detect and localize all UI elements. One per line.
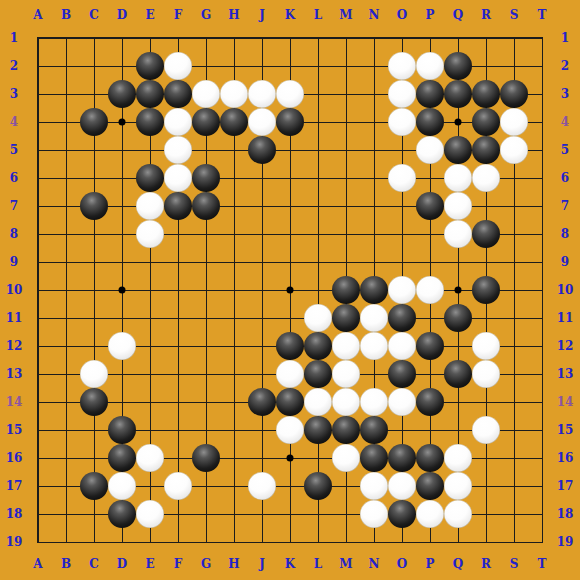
point-P7[interactable] xyxy=(416,192,444,220)
point-G10[interactable] xyxy=(192,276,220,304)
point-E3[interactable] xyxy=(136,80,164,108)
point-T8[interactable] xyxy=(528,220,556,248)
point-T18[interactable] xyxy=(528,500,556,528)
point-R15[interactable] xyxy=(472,416,500,444)
point-P2[interactable] xyxy=(416,52,444,80)
point-J5[interactable] xyxy=(248,136,276,164)
point-O15[interactable] xyxy=(388,416,416,444)
point-E10[interactable] xyxy=(136,276,164,304)
point-C14[interactable] xyxy=(80,388,108,416)
point-H10[interactable] xyxy=(220,276,248,304)
point-F3[interactable] xyxy=(164,80,192,108)
point-T3[interactable] xyxy=(528,80,556,108)
point-R3[interactable] xyxy=(472,80,500,108)
point-A10[interactable] xyxy=(24,276,52,304)
point-Q8[interactable] xyxy=(444,220,472,248)
point-O1[interactable] xyxy=(388,24,416,52)
point-E5[interactable] xyxy=(136,136,164,164)
point-N2[interactable] xyxy=(360,52,388,80)
point-R19[interactable] xyxy=(472,528,500,556)
point-S18[interactable] xyxy=(500,500,528,528)
point-J13[interactable] xyxy=(248,360,276,388)
point-D1[interactable] xyxy=(108,24,136,52)
point-J8[interactable] xyxy=(248,220,276,248)
point-S15[interactable] xyxy=(500,416,528,444)
point-D8[interactable] xyxy=(108,220,136,248)
point-F8[interactable] xyxy=(164,220,192,248)
point-N6[interactable] xyxy=(360,164,388,192)
point-D7[interactable] xyxy=(108,192,136,220)
point-N11[interactable] xyxy=(360,304,388,332)
point-S13[interactable] xyxy=(500,360,528,388)
point-C3[interactable] xyxy=(80,80,108,108)
point-H8[interactable] xyxy=(220,220,248,248)
point-M15[interactable] xyxy=(332,416,360,444)
point-K8[interactable] xyxy=(276,220,304,248)
point-D3[interactable] xyxy=(108,80,136,108)
point-L13[interactable] xyxy=(304,360,332,388)
point-H16[interactable] xyxy=(220,444,248,472)
point-G9[interactable] xyxy=(192,248,220,276)
point-A13[interactable] xyxy=(24,360,52,388)
point-A16[interactable] xyxy=(24,444,52,472)
point-C15[interactable] xyxy=(80,416,108,444)
point-S3[interactable] xyxy=(500,80,528,108)
point-F11[interactable] xyxy=(164,304,192,332)
point-O6[interactable] xyxy=(388,164,416,192)
point-K2[interactable] xyxy=(276,52,304,80)
point-N17[interactable] xyxy=(360,472,388,500)
point-P12[interactable] xyxy=(416,332,444,360)
point-T4[interactable] xyxy=(528,108,556,136)
point-Q10[interactable] xyxy=(444,276,472,304)
point-M7[interactable] xyxy=(332,192,360,220)
point-R6[interactable] xyxy=(472,164,500,192)
point-Q11[interactable] xyxy=(444,304,472,332)
point-K4[interactable] xyxy=(276,108,304,136)
point-S11[interactable] xyxy=(500,304,528,332)
point-D11[interactable] xyxy=(108,304,136,332)
point-N19[interactable] xyxy=(360,528,388,556)
point-F12[interactable] xyxy=(164,332,192,360)
point-B15[interactable] xyxy=(52,416,80,444)
point-O8[interactable] xyxy=(388,220,416,248)
point-N15[interactable] xyxy=(360,416,388,444)
point-A1[interactable] xyxy=(24,24,52,52)
point-P6[interactable] xyxy=(416,164,444,192)
point-A7[interactable] xyxy=(24,192,52,220)
point-C7[interactable] xyxy=(80,192,108,220)
point-N4[interactable] xyxy=(360,108,388,136)
point-J4[interactable] xyxy=(248,108,276,136)
point-E1[interactable] xyxy=(136,24,164,52)
point-R12[interactable] xyxy=(472,332,500,360)
point-A8[interactable] xyxy=(24,220,52,248)
point-H2[interactable] xyxy=(220,52,248,80)
point-B12[interactable] xyxy=(52,332,80,360)
point-N8[interactable] xyxy=(360,220,388,248)
point-Q18[interactable] xyxy=(444,500,472,528)
point-G11[interactable] xyxy=(192,304,220,332)
point-L1[interactable] xyxy=(304,24,332,52)
point-N18[interactable] xyxy=(360,500,388,528)
point-D16[interactable] xyxy=(108,444,136,472)
point-N3[interactable] xyxy=(360,80,388,108)
point-H4[interactable] xyxy=(220,108,248,136)
point-B4[interactable] xyxy=(52,108,80,136)
point-M8[interactable] xyxy=(332,220,360,248)
point-H6[interactable] xyxy=(220,164,248,192)
point-T2[interactable] xyxy=(528,52,556,80)
point-Q14[interactable] xyxy=(444,388,472,416)
point-M14[interactable] xyxy=(332,388,360,416)
point-F18[interactable] xyxy=(164,500,192,528)
point-Q9[interactable] xyxy=(444,248,472,276)
point-G5[interactable] xyxy=(192,136,220,164)
point-D5[interactable] xyxy=(108,136,136,164)
point-H11[interactable] xyxy=(220,304,248,332)
point-C4[interactable] xyxy=(80,108,108,136)
point-S2[interactable] xyxy=(500,52,528,80)
point-A6[interactable] xyxy=(24,164,52,192)
point-P5[interactable] xyxy=(416,136,444,164)
point-A17[interactable] xyxy=(24,472,52,500)
point-P15[interactable] xyxy=(416,416,444,444)
point-J10[interactable] xyxy=(248,276,276,304)
point-T19[interactable] xyxy=(528,528,556,556)
point-G19[interactable] xyxy=(192,528,220,556)
point-H7[interactable] xyxy=(220,192,248,220)
point-E2[interactable] xyxy=(136,52,164,80)
point-O18[interactable] xyxy=(388,500,416,528)
point-D9[interactable] xyxy=(108,248,136,276)
point-T17[interactable] xyxy=(528,472,556,500)
point-T11[interactable] xyxy=(528,304,556,332)
point-J12[interactable] xyxy=(248,332,276,360)
point-K14[interactable] xyxy=(276,388,304,416)
point-K11[interactable] xyxy=(276,304,304,332)
point-D18[interactable] xyxy=(108,500,136,528)
point-O9[interactable] xyxy=(388,248,416,276)
point-E13[interactable] xyxy=(136,360,164,388)
point-J16[interactable] xyxy=(248,444,276,472)
point-J1[interactable] xyxy=(248,24,276,52)
point-L16[interactable] xyxy=(304,444,332,472)
point-N10[interactable] xyxy=(360,276,388,304)
point-L14[interactable] xyxy=(304,388,332,416)
point-J9[interactable] xyxy=(248,248,276,276)
point-O19[interactable] xyxy=(388,528,416,556)
point-H5[interactable] xyxy=(220,136,248,164)
point-M11[interactable] xyxy=(332,304,360,332)
point-C17[interactable] xyxy=(80,472,108,500)
point-F6[interactable] xyxy=(164,164,192,192)
point-G17[interactable] xyxy=(192,472,220,500)
point-K9[interactable] xyxy=(276,248,304,276)
point-R4[interactable] xyxy=(472,108,500,136)
point-E15[interactable] xyxy=(136,416,164,444)
point-Q12[interactable] xyxy=(444,332,472,360)
point-M1[interactable] xyxy=(332,24,360,52)
point-C8[interactable] xyxy=(80,220,108,248)
point-H14[interactable] xyxy=(220,388,248,416)
point-P4[interactable] xyxy=(416,108,444,136)
point-J17[interactable] xyxy=(248,472,276,500)
point-L4[interactable] xyxy=(304,108,332,136)
point-D12[interactable] xyxy=(108,332,136,360)
point-O5[interactable] xyxy=(388,136,416,164)
point-D4[interactable] xyxy=(108,108,136,136)
point-E14[interactable] xyxy=(136,388,164,416)
point-K5[interactable] xyxy=(276,136,304,164)
point-J6[interactable] xyxy=(248,164,276,192)
point-T1[interactable] xyxy=(528,24,556,52)
point-D13[interactable] xyxy=(108,360,136,388)
point-B5[interactable] xyxy=(52,136,80,164)
point-R14[interactable] xyxy=(472,388,500,416)
point-P1[interactable] xyxy=(416,24,444,52)
point-M17[interactable] xyxy=(332,472,360,500)
point-L15[interactable] xyxy=(304,416,332,444)
point-K19[interactable] xyxy=(276,528,304,556)
point-O10[interactable] xyxy=(388,276,416,304)
point-Q7[interactable] xyxy=(444,192,472,220)
point-Q13[interactable] xyxy=(444,360,472,388)
point-A4[interactable] xyxy=(24,108,52,136)
point-H13[interactable] xyxy=(220,360,248,388)
point-G3[interactable] xyxy=(192,80,220,108)
point-R13[interactable] xyxy=(472,360,500,388)
point-S19[interactable] xyxy=(500,528,528,556)
point-B14[interactable] xyxy=(52,388,80,416)
point-S12[interactable] xyxy=(500,332,528,360)
point-E6[interactable] xyxy=(136,164,164,192)
point-D19[interactable] xyxy=(108,528,136,556)
point-K12[interactable] xyxy=(276,332,304,360)
point-N5[interactable] xyxy=(360,136,388,164)
point-R8[interactable] xyxy=(472,220,500,248)
point-F19[interactable] xyxy=(164,528,192,556)
point-M2[interactable] xyxy=(332,52,360,80)
point-G1[interactable] xyxy=(192,24,220,52)
point-O12[interactable] xyxy=(388,332,416,360)
point-K13[interactable] xyxy=(276,360,304,388)
point-B18[interactable] xyxy=(52,500,80,528)
point-H19[interactable] xyxy=(220,528,248,556)
point-N13[interactable] xyxy=(360,360,388,388)
point-O14[interactable] xyxy=(388,388,416,416)
point-T12[interactable] xyxy=(528,332,556,360)
point-Q6[interactable] xyxy=(444,164,472,192)
point-M3[interactable] xyxy=(332,80,360,108)
point-L11[interactable] xyxy=(304,304,332,332)
point-O3[interactable] xyxy=(388,80,416,108)
point-M13[interactable] xyxy=(332,360,360,388)
point-C12[interactable] xyxy=(80,332,108,360)
point-E17[interactable] xyxy=(136,472,164,500)
point-H17[interactable] xyxy=(220,472,248,500)
point-P11[interactable] xyxy=(416,304,444,332)
point-M9[interactable] xyxy=(332,248,360,276)
point-M12[interactable] xyxy=(332,332,360,360)
point-C9[interactable] xyxy=(80,248,108,276)
point-A14[interactable] xyxy=(24,388,52,416)
point-A15[interactable] xyxy=(24,416,52,444)
point-T15[interactable] xyxy=(528,416,556,444)
point-H15[interactable] xyxy=(220,416,248,444)
point-A9[interactable] xyxy=(24,248,52,276)
point-B1[interactable] xyxy=(52,24,80,52)
point-F2[interactable] xyxy=(164,52,192,80)
point-G4[interactable] xyxy=(192,108,220,136)
point-E11[interactable] xyxy=(136,304,164,332)
point-G8[interactable] xyxy=(192,220,220,248)
point-L9[interactable] xyxy=(304,248,332,276)
point-L6[interactable] xyxy=(304,164,332,192)
point-G13[interactable] xyxy=(192,360,220,388)
point-S14[interactable] xyxy=(500,388,528,416)
point-P3[interactable] xyxy=(416,80,444,108)
point-T16[interactable] xyxy=(528,444,556,472)
point-P17[interactable] xyxy=(416,472,444,500)
point-C10[interactable] xyxy=(80,276,108,304)
point-H18[interactable] xyxy=(220,500,248,528)
point-L2[interactable] xyxy=(304,52,332,80)
point-J19[interactable] xyxy=(248,528,276,556)
point-Q1[interactable] xyxy=(444,24,472,52)
point-J15[interactable] xyxy=(248,416,276,444)
point-D17[interactable] xyxy=(108,472,136,500)
point-L17[interactable] xyxy=(304,472,332,500)
point-C6[interactable] xyxy=(80,164,108,192)
point-A2[interactable] xyxy=(24,52,52,80)
point-R7[interactable] xyxy=(472,192,500,220)
point-P13[interactable] xyxy=(416,360,444,388)
point-R10[interactable] xyxy=(472,276,500,304)
point-B8[interactable] xyxy=(52,220,80,248)
point-G12[interactable] xyxy=(192,332,220,360)
point-A5[interactable] xyxy=(24,136,52,164)
point-S8[interactable] xyxy=(500,220,528,248)
point-B7[interactable] xyxy=(52,192,80,220)
point-F16[interactable] xyxy=(164,444,192,472)
point-O4[interactable] xyxy=(388,108,416,136)
point-K16[interactable] xyxy=(276,444,304,472)
point-T5[interactable] xyxy=(528,136,556,164)
point-F4[interactable] xyxy=(164,108,192,136)
point-E4[interactable] xyxy=(136,108,164,136)
point-E8[interactable] xyxy=(136,220,164,248)
point-B17[interactable] xyxy=(52,472,80,500)
point-B6[interactable] xyxy=(52,164,80,192)
point-F5[interactable] xyxy=(164,136,192,164)
point-D14[interactable] xyxy=(108,388,136,416)
point-B3[interactable] xyxy=(52,80,80,108)
point-Q4[interactable] xyxy=(444,108,472,136)
point-B16[interactable] xyxy=(52,444,80,472)
point-A18[interactable] xyxy=(24,500,52,528)
point-L3[interactable] xyxy=(304,80,332,108)
point-O2[interactable] xyxy=(388,52,416,80)
point-G18[interactable] xyxy=(192,500,220,528)
point-G2[interactable] xyxy=(192,52,220,80)
point-L19[interactable] xyxy=(304,528,332,556)
point-M6[interactable] xyxy=(332,164,360,192)
point-K17[interactable] xyxy=(276,472,304,500)
point-J7[interactable] xyxy=(248,192,276,220)
point-Q17[interactable] xyxy=(444,472,472,500)
point-F10[interactable] xyxy=(164,276,192,304)
point-P18[interactable] xyxy=(416,500,444,528)
point-C13[interactable] xyxy=(80,360,108,388)
point-J14[interactable] xyxy=(248,388,276,416)
point-M4[interactable] xyxy=(332,108,360,136)
point-S10[interactable] xyxy=(500,276,528,304)
point-S1[interactable] xyxy=(500,24,528,52)
point-P8[interactable] xyxy=(416,220,444,248)
point-P9[interactable] xyxy=(416,248,444,276)
point-E18[interactable] xyxy=(136,500,164,528)
point-Q19[interactable] xyxy=(444,528,472,556)
point-N1[interactable] xyxy=(360,24,388,52)
point-A19[interactable] xyxy=(24,528,52,556)
point-B9[interactable] xyxy=(52,248,80,276)
point-M16[interactable] xyxy=(332,444,360,472)
point-B10[interactable] xyxy=(52,276,80,304)
point-S5[interactable] xyxy=(500,136,528,164)
point-K7[interactable] xyxy=(276,192,304,220)
point-P16[interactable] xyxy=(416,444,444,472)
point-B19[interactable] xyxy=(52,528,80,556)
point-J18[interactable] xyxy=(248,500,276,528)
point-T6[interactable] xyxy=(528,164,556,192)
point-Q16[interactable] xyxy=(444,444,472,472)
point-S9[interactable] xyxy=(500,248,528,276)
point-D10[interactable] xyxy=(108,276,136,304)
point-E19[interactable] xyxy=(136,528,164,556)
point-E16[interactable] xyxy=(136,444,164,472)
point-B13[interactable] xyxy=(52,360,80,388)
point-O11[interactable] xyxy=(388,304,416,332)
point-B11[interactable] xyxy=(52,304,80,332)
point-Q2[interactable] xyxy=(444,52,472,80)
point-J3[interactable] xyxy=(248,80,276,108)
point-G7[interactable] xyxy=(192,192,220,220)
point-T7[interactable] xyxy=(528,192,556,220)
point-R18[interactable] xyxy=(472,500,500,528)
point-L12[interactable] xyxy=(304,332,332,360)
point-M18[interactable] xyxy=(332,500,360,528)
point-R16[interactable] xyxy=(472,444,500,472)
point-R11[interactable] xyxy=(472,304,500,332)
point-T10[interactable] xyxy=(528,276,556,304)
point-S6[interactable] xyxy=(500,164,528,192)
point-C16[interactable] xyxy=(80,444,108,472)
point-L7[interactable] xyxy=(304,192,332,220)
point-K10[interactable] xyxy=(276,276,304,304)
point-T9[interactable] xyxy=(528,248,556,276)
point-K3[interactable] xyxy=(276,80,304,108)
point-T13[interactable] xyxy=(528,360,556,388)
point-F17[interactable] xyxy=(164,472,192,500)
point-A12[interactable] xyxy=(24,332,52,360)
point-D15[interactable] xyxy=(108,416,136,444)
point-G15[interactable] xyxy=(192,416,220,444)
point-G16[interactable] xyxy=(192,444,220,472)
point-Q5[interactable] xyxy=(444,136,472,164)
point-O17[interactable] xyxy=(388,472,416,500)
point-F1[interactable] xyxy=(164,24,192,52)
